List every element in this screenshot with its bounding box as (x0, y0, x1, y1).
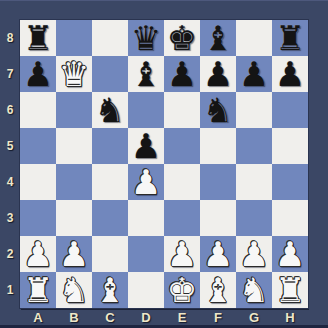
square-f1[interactable]: ♝ (200, 272, 236, 308)
square-d5[interactable]: ♟ (128, 128, 164, 164)
square-e2[interactable]: ♟ (164, 236, 200, 272)
square-a7[interactable]: ♟ (20, 56, 56, 92)
black-bishop: ♝ (131, 56, 161, 92)
square-g4[interactable] (236, 164, 272, 200)
square-f4[interactable] (200, 164, 236, 200)
square-e8[interactable]: ♚ (164, 20, 200, 56)
file-label-h: H (272, 308, 308, 326)
black-pawn: ♟ (167, 56, 197, 92)
square-c6[interactable]: ♞ (92, 92, 128, 128)
square-d8[interactable]: ♛ (128, 20, 164, 56)
rank-label-6: 6 (0, 92, 20, 128)
rank-label-5: 5 (0, 128, 20, 164)
rank-label-4: 4 (0, 164, 20, 200)
square-e6[interactable] (164, 92, 200, 128)
square-h2[interactable]: ♟ (272, 236, 308, 272)
black-rook: ♜ (275, 20, 305, 56)
file-label-f: F (200, 308, 236, 326)
white-pawn: ♟ (131, 164, 161, 200)
square-b1[interactable]: ♞ (56, 272, 92, 308)
square-d4[interactable]: ♟ (128, 164, 164, 200)
square-f6[interactable]: ♞ (200, 92, 236, 128)
black-pawn: ♟ (203, 56, 233, 92)
square-e7[interactable]: ♟ (164, 56, 200, 92)
square-h6[interactable] (272, 92, 308, 128)
square-a4[interactable] (20, 164, 56, 200)
square-g7[interactable]: ♟ (236, 56, 272, 92)
white-pawn: ♟ (239, 236, 269, 272)
chess-diagram: 87654321 ♜♛♚♝♜♟♛♝♟♟♟♟♞♞♟♟♟♟♟♟♟♟♜♞♝♚♝♞♜ A… (0, 0, 328, 328)
rank-label-7: 7 (0, 56, 20, 92)
square-c7[interactable] (92, 56, 128, 92)
white-pawn: ♟ (23, 236, 53, 272)
square-b8[interactable] (56, 20, 92, 56)
white-rook: ♜ (23, 272, 53, 308)
white-pawn: ♟ (203, 236, 233, 272)
file-label-d: D (128, 308, 164, 326)
file-label-a: A (20, 308, 56, 326)
black-knight: ♞ (203, 92, 233, 128)
square-a5[interactable] (20, 128, 56, 164)
white-queen: ♛ (59, 56, 89, 92)
square-g8[interactable] (236, 20, 272, 56)
white-bishop: ♝ (95, 272, 125, 308)
square-a2[interactable]: ♟ (20, 236, 56, 272)
square-a1[interactable]: ♜ (20, 272, 56, 308)
file-labels: ABCDEFGH (20, 308, 308, 326)
white-pawn: ♟ (59, 236, 89, 272)
file-label-e: E (164, 308, 200, 326)
square-h4[interactable] (272, 164, 308, 200)
square-e3[interactable] (164, 200, 200, 236)
black-bishop: ♝ (203, 20, 233, 56)
black-king: ♚ (167, 20, 197, 56)
black-pawn: ♟ (131, 128, 161, 164)
square-b5[interactable] (56, 128, 92, 164)
white-knight: ♞ (239, 272, 269, 308)
square-d6[interactable] (128, 92, 164, 128)
square-g3[interactable] (236, 200, 272, 236)
square-f2[interactable]: ♟ (200, 236, 236, 272)
square-h5[interactable] (272, 128, 308, 164)
square-d3[interactable] (128, 200, 164, 236)
square-a8[interactable]: ♜ (20, 20, 56, 56)
black-queen: ♛ (131, 20, 161, 56)
square-h1[interactable]: ♜ (272, 272, 308, 308)
square-f7[interactable]: ♟ (200, 56, 236, 92)
square-f3[interactable] (200, 200, 236, 236)
square-b6[interactable] (56, 92, 92, 128)
white-pawn: ♟ (275, 236, 305, 272)
rank-label-2: 2 (0, 236, 20, 272)
rank-labels: 87654321 (0, 20, 20, 308)
square-b2[interactable]: ♟ (56, 236, 92, 272)
file-label-g: G (236, 308, 272, 326)
square-c3[interactable] (92, 200, 128, 236)
square-h7[interactable]: ♟ (272, 56, 308, 92)
rank-label-1: 1 (0, 272, 20, 308)
square-c1[interactable]: ♝ (92, 272, 128, 308)
square-e5[interactable] (164, 128, 200, 164)
square-e4[interactable] (164, 164, 200, 200)
square-g2[interactable]: ♟ (236, 236, 272, 272)
white-knight: ♞ (59, 272, 89, 308)
square-g1[interactable]: ♞ (236, 272, 272, 308)
chess-board: ♜♛♚♝♜♟♛♝♟♟♟♟♞♞♟♟♟♟♟♟♟♟♜♞♝♚♝♞♜ (20, 20, 308, 308)
file-label-c: C (92, 308, 128, 326)
square-g5[interactable] (236, 128, 272, 164)
square-c4[interactable] (92, 164, 128, 200)
square-g6[interactable] (236, 92, 272, 128)
square-d2[interactable] (128, 236, 164, 272)
black-pawn: ♟ (23, 56, 53, 92)
white-pawn: ♟ (167, 236, 197, 272)
rank-label-3: 3 (0, 200, 20, 236)
square-d7[interactable]: ♝ (128, 56, 164, 92)
black-knight: ♞ (95, 92, 125, 128)
square-b4[interactable] (56, 164, 92, 200)
white-king: ♚ (167, 272, 197, 308)
square-b3[interactable] (56, 200, 92, 236)
black-pawn: ♟ (239, 56, 269, 92)
square-h8[interactable]: ♜ (272, 20, 308, 56)
square-a3[interactable] (20, 200, 56, 236)
file-label-b: B (56, 308, 92, 326)
black-rook: ♜ (23, 20, 53, 56)
square-h3[interactable] (272, 200, 308, 236)
square-f5[interactable] (200, 128, 236, 164)
square-e1[interactable]: ♚ (164, 272, 200, 308)
square-d1[interactable] (128, 272, 164, 308)
square-b7[interactable]: ♛ (56, 56, 92, 92)
square-a6[interactable] (20, 92, 56, 128)
white-bishop: ♝ (203, 272, 233, 308)
black-pawn: ♟ (275, 56, 305, 92)
rank-label-8: 8 (0, 20, 20, 56)
square-c8[interactable] (92, 20, 128, 56)
square-c2[interactable] (92, 236, 128, 272)
square-f8[interactable]: ♝ (200, 20, 236, 56)
square-c5[interactable] (92, 128, 128, 164)
white-rook: ♜ (275, 272, 305, 308)
